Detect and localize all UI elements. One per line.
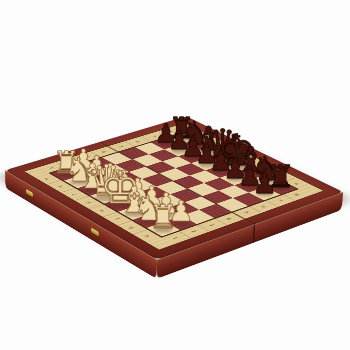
square-e2 [122, 192, 153, 206]
coord-label-5: 5 [233, 206, 261, 218]
square-h3 [182, 210, 214, 224]
coord-label-c: c [61, 188, 88, 200]
square-h6 [233, 193, 264, 206]
square-d2 [108, 185, 139, 198]
coord-label-4: 4 [216, 212, 245, 224]
product-photo-stage: abcdefgh abcdefgh 87654321 87654321 ♜♞♝♛… [0, 0, 350, 350]
coord-label-8: 8 [283, 189, 310, 200]
square-c1 [77, 183, 108, 196]
square-g4 [185, 196, 217, 210]
square-h4 [199, 204, 231, 218]
coord-label-d: d [75, 196, 102, 208]
coord-label-f: f [104, 212, 132, 225]
square-f2 [136, 200, 168, 214]
square-h1 [147, 222, 180, 237]
coord-label-g: g [118, 220, 146, 233]
square-d1 [91, 190, 122, 203]
square-h2 [165, 216, 197, 230]
square-g6 [218, 185, 249, 198]
square-f3 [153, 194, 184, 208]
square-g1 [133, 214, 165, 228]
coord-label-6: 6 [250, 200, 278, 212]
square-e1 [104, 198, 136, 212]
coord-label-7: 7 [267, 195, 295, 207]
square-g3 [168, 202, 200, 216]
square-e3 [139, 186, 170, 199]
coord-label-1: 1 [162, 231, 191, 244]
fold-seam-edge [253, 224, 256, 243]
square-e4 [156, 181, 187, 194]
square-h7 [249, 187, 280, 200]
brass-clasp-icon [26, 189, 33, 198]
coord-label-b: b [48, 180, 75, 192]
square-g2 [150, 208, 182, 222]
coord-label-h: h [133, 229, 162, 242]
square-f4 [170, 189, 201, 202]
brass-clasp-icon [91, 227, 99, 236]
chess-board: abcdefgh abcdefgh 87654321 87654321 [5, 116, 343, 259]
coord-label-3: 3 [198, 219, 227, 231]
square-d3 [125, 179, 156, 192]
coord-label-2: 2 [180, 225, 209, 238]
coord-label-e: e [89, 204, 117, 217]
square-f1 [118, 206, 150, 220]
